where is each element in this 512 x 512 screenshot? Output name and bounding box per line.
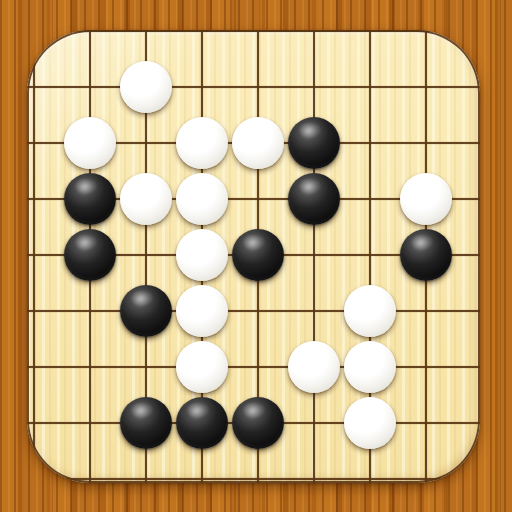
black-stone[interactable] — [120, 397, 172, 449]
grid-line-horizontal — [27, 86, 480, 88]
black-stone[interactable] — [288, 117, 340, 169]
black-stone[interactable] — [120, 285, 172, 337]
white-stone[interactable] — [176, 341, 228, 393]
white-stone[interactable] — [344, 285, 396, 337]
white-stone[interactable] — [400, 173, 452, 225]
black-stone[interactable] — [232, 229, 284, 281]
white-stone[interactable] — [344, 397, 396, 449]
black-stone[interactable] — [176, 397, 228, 449]
white-stone[interactable] — [176, 173, 228, 225]
black-stone[interactable] — [288, 173, 340, 225]
go-board[interactable] — [27, 30, 480, 483]
grid-line-horizontal — [27, 478, 480, 480]
white-stone[interactable] — [176, 117, 228, 169]
grid-line-horizontal — [27, 366, 480, 368]
grid-line-horizontal — [27, 310, 480, 312]
grid-line-horizontal — [27, 30, 480, 32]
white-stone[interactable] — [288, 341, 340, 393]
white-stone[interactable] — [120, 61, 172, 113]
grid-line-vertical — [33, 30, 35, 483]
white-stone[interactable] — [232, 117, 284, 169]
white-stone[interactable] — [176, 285, 228, 337]
black-stone[interactable] — [400, 229, 452, 281]
grid-line-vertical — [313, 30, 315, 483]
wood-table-background — [0, 0, 512, 512]
white-stone[interactable] — [176, 229, 228, 281]
white-stone[interactable] — [344, 341, 396, 393]
white-stone[interactable] — [120, 173, 172, 225]
black-stone[interactable] — [64, 229, 116, 281]
black-stone[interactable] — [232, 397, 284, 449]
black-stone[interactable] — [64, 173, 116, 225]
white-stone[interactable] — [64, 117, 116, 169]
